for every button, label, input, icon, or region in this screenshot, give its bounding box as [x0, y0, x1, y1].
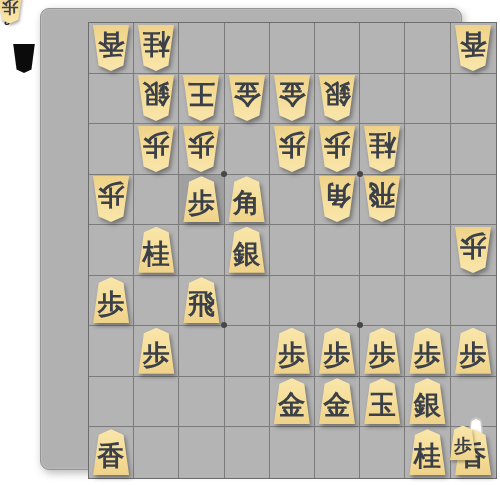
- piece-sente-kyo[interactable]: 香: [91, 429, 131, 475]
- square-14[interactable]: [451, 175, 496, 226]
- piece-sente-kaku[interactable]: 角: [227, 176, 267, 222]
- square-73[interactable]: 歩: [179, 124, 224, 175]
- square-58[interactable]: 金: [270, 377, 315, 428]
- square-13[interactable]: [451, 124, 496, 175]
- square-51[interactable]: [270, 23, 315, 74]
- piece-sente-gyoku[interactable]: 玉: [362, 378, 402, 424]
- square-99[interactable]: 香: [89, 427, 134, 478]
- square-61[interactable]: [225, 23, 270, 74]
- piece-gote-fu[interactable]: 歩: [317, 126, 357, 172]
- piece-gote-fu[interactable]: 歩: [136, 126, 176, 172]
- piece-sente-kei[interactable]: 桂: [136, 227, 176, 273]
- piece-gote-kyo[interactable]: 香: [453, 25, 493, 71]
- square-77[interactable]: [179, 326, 224, 377]
- piece-gote-kin[interactable]: 金: [227, 75, 267, 121]
- piece-gote-fu[interactable]: 歩: [91, 176, 131, 222]
- piece-gote-kin[interactable]: 金: [272, 75, 312, 121]
- piece-gote-fu[interactable]: 歩: [272, 126, 312, 172]
- square-76[interactable]: 飛: [179, 276, 224, 327]
- piece-sente-gin[interactable]: 銀: [407, 378, 447, 424]
- piece-sente-gin[interactable]: 銀: [227, 227, 267, 273]
- piece-sente-kin[interactable]: 金: [317, 378, 357, 424]
- square-95[interactable]: [89, 225, 134, 276]
- hoshi-dot: [221, 171, 227, 177]
- square-88[interactable]: [134, 377, 179, 428]
- piece-gote-gin[interactable]: 銀: [136, 75, 176, 121]
- piece-gote-ou[interactable]: 王: [181, 75, 221, 121]
- square-91[interactable]: 香: [89, 23, 134, 74]
- square-37[interactable]: 歩: [360, 326, 405, 377]
- square-56[interactable]: [270, 276, 315, 327]
- square-46[interactable]: [315, 276, 360, 327]
- square-94[interactable]: 歩: [89, 175, 134, 226]
- square-54[interactable]: [270, 175, 315, 226]
- square-15[interactable]: 歩: [451, 225, 496, 276]
- piece-gote-kei[interactable]: 桂: [136, 25, 176, 71]
- piece-sente-fu[interactable]: 歩: [136, 328, 176, 374]
- piece-sente-fu[interactable]: 歩: [453, 328, 493, 374]
- square-89[interactable]: [134, 427, 179, 478]
- square-52[interactable]: 金: [270, 74, 315, 125]
- square-36[interactable]: [360, 276, 405, 327]
- square-78[interactable]: [179, 377, 224, 428]
- shogi-board: 香桂香銀王金金銀歩歩歩歩桂歩歩角角飛桂銀歩歩飛歩歩歩歩歩歩金金玉銀香桂香: [40, 8, 462, 470]
- gote-player-koma-icon: [12, 44, 36, 73]
- square-96[interactable]: 歩: [89, 276, 134, 327]
- square-44[interactable]: 角: [315, 175, 360, 226]
- square-32[interactable]: [360, 74, 405, 125]
- square-43[interactable]: 歩: [315, 124, 360, 175]
- square-49[interactable]: [315, 427, 360, 478]
- piece-gote-hi[interactable]: 飛: [362, 176, 402, 222]
- square-27[interactable]: 歩: [405, 326, 450, 377]
- square-82[interactable]: 銀: [134, 74, 179, 125]
- square-72[interactable]: 王: [179, 74, 224, 125]
- hoshi-dot: [357, 171, 363, 177]
- square-34[interactable]: 飛: [360, 175, 405, 226]
- square-29[interactable]: 桂: [405, 427, 450, 478]
- square-53[interactable]: 歩: [270, 124, 315, 175]
- piece-sente-fu[interactable]: 歩: [91, 277, 131, 323]
- piece-gote-fu[interactable]: 歩: [453, 227, 493, 273]
- piece-sente-kei[interactable]: 桂: [407, 429, 447, 475]
- square-45[interactable]: [315, 225, 360, 276]
- square-85[interactable]: 桂: [134, 225, 179, 276]
- square-86[interactable]: [134, 276, 179, 327]
- square-93[interactable]: [89, 124, 134, 175]
- hoshi-dot: [357, 322, 363, 328]
- piece-sente-fu[interactable]: 歩: [272, 328, 312, 374]
- square-87[interactable]: 歩: [134, 326, 179, 377]
- square-68[interactable]: [225, 377, 270, 428]
- square-23[interactable]: [405, 124, 450, 175]
- square-59[interactable]: [270, 427, 315, 478]
- board-grid: 香桂香銀王金金銀歩歩歩歩桂歩歩角角飛桂銀歩歩飛歩歩歩歩歩歩金金玉銀香桂香: [88, 22, 497, 479]
- square-71[interactable]: [179, 23, 224, 74]
- piece-gote-fu[interactable]: 歩: [181, 126, 221, 172]
- square-66[interactable]: [225, 276, 270, 327]
- square-12[interactable]: [451, 74, 496, 125]
- piece-sente-fu[interactable]: 歩: [317, 328, 357, 374]
- square-39[interactable]: [360, 427, 405, 478]
- piece-gote-kaku[interactable]: 角: [317, 176, 357, 222]
- square-97[interactable]: [89, 326, 134, 377]
- square-79[interactable]: [179, 427, 224, 478]
- square-62[interactable]: 金: [225, 74, 270, 125]
- square-98[interactable]: [89, 377, 134, 428]
- square-11[interactable]: 香: [451, 23, 496, 74]
- square-75[interactable]: [179, 225, 224, 276]
- piece-sente-fu[interactable]: 歩: [407, 328, 447, 374]
- piece-sente-fu[interactable]: 歩: [181, 176, 221, 222]
- square-83[interactable]: 歩: [134, 124, 179, 175]
- square-31[interactable]: [360, 23, 405, 74]
- piece-sente-fu[interactable]: 歩: [362, 328, 402, 374]
- square-35[interactable]: [360, 225, 405, 276]
- sente-hand-pawn[interactable]: 歩: [449, 426, 478, 461]
- square-22[interactable]: [405, 74, 450, 125]
- square-57[interactable]: 歩: [270, 326, 315, 377]
- piece-sente-hi[interactable]: 飛: [181, 277, 221, 323]
- square-42[interactable]: 銀: [315, 74, 360, 125]
- square-38[interactable]: 玉: [360, 377, 405, 428]
- square-74[interactable]: 歩: [179, 175, 224, 226]
- square-33[interactable]: 桂: [360, 124, 405, 175]
- hoshi-dot: [221, 322, 227, 328]
- square-47[interactable]: 歩: [315, 326, 360, 377]
- piece-gote-kyo[interactable]: 香: [91, 25, 131, 71]
- square-41[interactable]: [315, 23, 360, 74]
- square-65[interactable]: 銀: [225, 225, 270, 276]
- square-64[interactable]: 角: [225, 175, 270, 226]
- square-81[interactable]: 桂: [134, 23, 179, 74]
- square-26[interactable]: [405, 276, 450, 327]
- square-63[interactable]: [225, 124, 270, 175]
- square-25[interactable]: [405, 225, 450, 276]
- piece-gote-gin[interactable]: 銀: [317, 75, 357, 121]
- square-67[interactable]: [225, 326, 270, 377]
- square-24[interactable]: [405, 175, 450, 226]
- square-84[interactable]: [134, 175, 179, 226]
- gote-hand-pawn[interactable]: 歩: [0, 0, 24, 24]
- piece-gote-kei[interactable]: 桂: [362, 126, 402, 172]
- square-48[interactable]: 金: [315, 377, 360, 428]
- square-55[interactable]: [270, 225, 315, 276]
- square-21[interactable]: [405, 23, 450, 74]
- square-16[interactable]: [451, 276, 496, 327]
- square-17[interactable]: 歩: [451, 326, 496, 377]
- square-28[interactable]: 銀: [405, 377, 450, 428]
- square-69[interactable]: [225, 427, 270, 478]
- piece-sente-kin[interactable]: 金: [272, 378, 312, 424]
- square-92[interactable]: [89, 74, 134, 125]
